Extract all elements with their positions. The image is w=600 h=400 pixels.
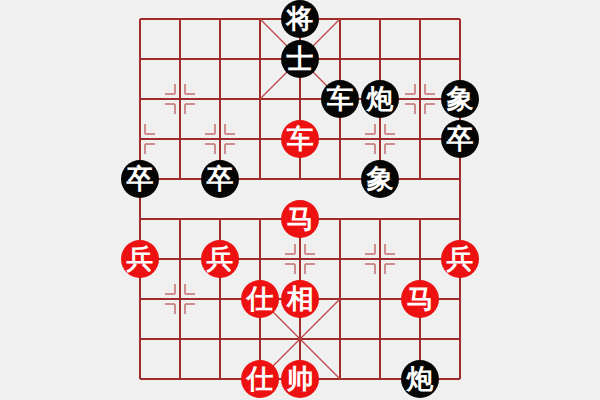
red-horse[interactable]: 马 xyxy=(281,200,319,238)
red-soldier[interactable]: 兵 xyxy=(441,240,479,278)
red-chariot[interactable]: 车 xyxy=(281,120,319,158)
red-soldier[interactable]: 兵 xyxy=(201,240,239,278)
black-chariot[interactable]: 车 xyxy=(321,80,359,118)
black-soldier[interactable]: 卒 xyxy=(201,160,239,198)
black-elephant[interactable]: 象 xyxy=(361,160,399,198)
red-soldier[interactable]: 兵 xyxy=(121,240,159,278)
red-horse[interactable]: 马 xyxy=(401,280,439,318)
red-advisor[interactable]: 仕 xyxy=(241,360,279,398)
red-general[interactable]: 帅 xyxy=(281,360,319,398)
black-advisor[interactable]: 士 xyxy=(281,40,319,78)
black-cannon[interactable]: 炮 xyxy=(361,80,399,118)
red-advisor[interactable]: 仕 xyxy=(241,280,279,318)
black-soldier[interactable]: 卒 xyxy=(441,120,479,158)
black-soldier[interactable]: 卒 xyxy=(121,160,159,198)
black-elephant[interactable]: 象 xyxy=(441,80,479,118)
red-elephant[interactable]: 相 xyxy=(281,280,319,318)
black-cannon[interactable]: 炮 xyxy=(401,360,439,398)
xiangqi-board-screen: 将士车炮象车卒卒卒象马兵兵兵仕相马仕帅炮 xyxy=(0,0,600,400)
black-general[interactable]: 将 xyxy=(281,0,319,38)
